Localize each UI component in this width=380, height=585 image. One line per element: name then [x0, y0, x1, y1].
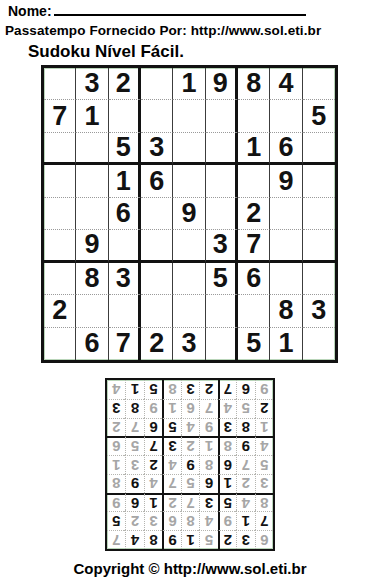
puzzle-cell-r2c2: 1 — [76, 100, 108, 132]
puzzle-cell-r6c5 — [173, 230, 205, 262]
solution-cell-r9c4: 2 — [199, 380, 217, 399]
puzzle-cell-r3c1 — [44, 133, 76, 165]
solution-cell-r2c5: 8 — [181, 511, 199, 530]
sudoku-puzzle-grid: 32198471553161696929378356283672351 — [41, 65, 338, 363]
solution-cell-r7c3: 3 — [218, 418, 236, 437]
solution-cell-r9c9: 4 — [107, 380, 125, 399]
puzzle-cell-r4c7 — [238, 165, 270, 197]
solution-cell-r7c8: 7 — [125, 418, 143, 437]
puzzle-cell-r2c3 — [109, 100, 141, 132]
name-label: Nome: — [8, 3, 52, 19]
copyright-line: Copyright © http://www.sol.eti.br — [0, 560, 380, 577]
puzzle-cell-r5c7: 2 — [238, 198, 270, 230]
solution-cell-r3c2: 4 — [236, 493, 254, 512]
puzzle-cell-r8c4 — [141, 295, 173, 327]
solution-cell-r4c3: 1 — [218, 474, 236, 493]
solution-cell-r6c1: 4 — [255, 436, 273, 455]
solution-cell-r5c9: 1 — [107, 455, 125, 474]
solution-cell-r8c9: 3 — [107, 399, 125, 418]
puzzle-cell-r4c1 — [44, 165, 76, 197]
solution-cell-r1c6: 9 — [162, 530, 180, 549]
puzzle-cell-r1c8: 4 — [270, 68, 302, 100]
puzzle-cell-r8c3 — [109, 295, 141, 327]
solution-cell-r5c3: 6 — [218, 455, 236, 474]
puzzle-cell-r6c3 — [109, 230, 141, 262]
solution-cell-r2c3: 9 — [218, 511, 236, 530]
solution-cell-r7c5: 4 — [181, 418, 199, 437]
solution-cell-r6c8: 5 — [125, 436, 143, 455]
solution-cell-r3c4: 3 — [199, 493, 217, 512]
puzzle-cell-r9c2: 6 — [76, 328, 108, 360]
puzzle-cell-r9c4: 2 — [141, 328, 173, 360]
sudoku-solution-grid-rotated: 6325198477194863258453721693216574985768… — [105, 378, 275, 551]
solution-cell-r4c1: 3 — [255, 474, 273, 493]
puzzle-cell-r4c3: 1 — [109, 165, 141, 197]
puzzle-cell-r2c8 — [270, 100, 302, 132]
solution-cell-r8c6: 1 — [162, 399, 180, 418]
puzzle-cell-r4c6 — [206, 165, 238, 197]
puzzle-cell-r2c7 — [238, 100, 270, 132]
puzzle-cell-r2c5 — [173, 100, 205, 132]
solution-cell-r1c4: 5 — [199, 530, 217, 549]
solution-cell-r4c4: 6 — [199, 474, 217, 493]
solution-cell-r5c8: 3 — [125, 455, 143, 474]
solution-cell-r8c4: 7 — [199, 399, 217, 418]
page-title: Sudoku Nível Fácil. — [28, 42, 184, 62]
puzzle-cell-r9c5: 3 — [173, 328, 205, 360]
puzzle-cell-r6c8 — [270, 230, 302, 262]
puzzle-cell-r6c4 — [141, 230, 173, 262]
puzzle-cell-r5c4 — [141, 198, 173, 230]
solution-cell-r1c9: 7 — [107, 530, 125, 549]
solution-cell-r1c8: 4 — [125, 530, 143, 549]
puzzle-cell-r7c9 — [303, 263, 335, 295]
solution-cell-r8c8: 8 — [125, 399, 143, 418]
solution-cell-r4c9: 8 — [107, 474, 125, 493]
puzzle-cell-r1c9 — [303, 68, 335, 100]
puzzle-cell-r3c2 — [76, 133, 108, 165]
puzzle-cell-r7c6: 5 — [206, 263, 238, 295]
puzzle-cell-r1c1 — [44, 68, 76, 100]
solution-cell-r2c4: 4 — [199, 511, 217, 530]
solution-cell-r1c7: 8 — [144, 530, 162, 549]
puzzle-cell-r1c6: 9 — [206, 68, 238, 100]
name-row: Nome: — [8, 3, 306, 19]
puzzle-cell-r1c3: 2 — [109, 68, 141, 100]
solution-cell-r7c6: 5 — [162, 418, 180, 437]
puzzle-cell-r5c6 — [206, 198, 238, 230]
solution-cell-r5c4: 8 — [199, 455, 217, 474]
solution-cell-r9c8: 1 — [125, 380, 143, 399]
puzzle-cell-r8c7 — [238, 295, 270, 327]
puzzle-cell-r9c7: 5 — [238, 328, 270, 360]
puzzle-cell-r3c3: 5 — [109, 133, 141, 165]
solution-cell-r6c7: 7 — [144, 436, 162, 455]
puzzle-cell-r7c7: 6 — [238, 263, 270, 295]
provider-line: Passatempo Fornecido Por: http://www.sol… — [5, 23, 321, 38]
puzzle-cell-r7c5 — [173, 263, 205, 295]
solution-cell-r5c1: 5 — [255, 455, 273, 474]
solution-cell-r1c5: 1 — [181, 530, 199, 549]
solution-cell-r7c4: 9 — [199, 418, 217, 437]
solution-cell-r5c7: 2 — [144, 455, 162, 474]
puzzle-cell-r7c3: 3 — [109, 263, 141, 295]
solution-cell-r2c7: 3 — [144, 511, 162, 530]
solution-cell-r7c7: 6 — [144, 418, 162, 437]
solution-cell-r2c6: 6 — [162, 511, 180, 530]
puzzle-cell-r6c2: 9 — [76, 230, 108, 262]
puzzle-cell-r5c1 — [44, 198, 76, 230]
puzzle-cell-r7c4 — [141, 263, 173, 295]
puzzle-cell-r2c9: 5 — [303, 100, 335, 132]
puzzle-cell-r3c5 — [173, 133, 205, 165]
puzzle-cell-r6c1 — [44, 230, 76, 262]
puzzle-cell-r1c4 — [141, 68, 173, 100]
puzzle-cell-r3c8: 6 — [270, 133, 302, 165]
solution-cell-r7c9: 2 — [107, 418, 125, 437]
solution-cell-r3c5: 7 — [181, 493, 199, 512]
solution-cell-r4c5: 5 — [181, 474, 199, 493]
solution-cell-r7c2: 8 — [236, 418, 254, 437]
puzzle-cell-r4c5 — [173, 165, 205, 197]
puzzle-cell-r3c9 — [303, 133, 335, 165]
puzzle-cell-r4c8: 9 — [270, 165, 302, 197]
puzzle-cell-r1c2: 3 — [76, 68, 108, 100]
solution-cell-r2c8: 2 — [125, 511, 143, 530]
puzzle-cell-r3c7: 1 — [238, 133, 270, 165]
puzzle-cell-r7c8 — [270, 263, 302, 295]
solution-cell-r1c2: 3 — [236, 530, 254, 549]
solution-cell-r2c1: 7 — [255, 511, 273, 530]
solution-cell-r8c1: 2 — [255, 399, 273, 418]
solution-cell-r8c2: 5 — [236, 399, 254, 418]
solution-cell-r1c3: 2 — [218, 530, 236, 549]
solution-cell-r2c9: 5 — [107, 511, 125, 530]
puzzle-cell-r9c9 — [303, 328, 335, 360]
puzzle-cell-r7c2: 8 — [76, 263, 108, 295]
puzzle-cell-r8c1: 2 — [44, 295, 76, 327]
solution-cell-r1c1: 6 — [255, 530, 273, 549]
solution-cell-r3c3: 5 — [218, 493, 236, 512]
puzzle-cell-r9c8: 1 — [270, 328, 302, 360]
puzzle-cell-r3c4: 3 — [141, 133, 173, 165]
solution-cell-r6c3: 8 — [218, 436, 236, 455]
puzzle-cell-r2c4 — [141, 100, 173, 132]
puzzle-cell-r9c3: 7 — [109, 328, 141, 360]
solution-cell-r6c6: 3 — [162, 436, 180, 455]
solution-cell-r3c7: 1 — [144, 493, 162, 512]
solution-cell-r4c7: 4 — [144, 474, 162, 493]
solution-cell-r5c5: 9 — [181, 455, 199, 474]
puzzle-cell-r5c3: 6 — [109, 198, 141, 230]
puzzle-cell-r5c5: 9 — [173, 198, 205, 230]
puzzle-cell-r8c9: 3 — [303, 295, 335, 327]
puzzle-cell-r5c9 — [303, 198, 335, 230]
solution-cell-r9c1: 9 — [255, 380, 273, 399]
name-underline — [54, 3, 306, 16]
sudoku-printable-page: Nome: Passatempo Fornecido Por: http://w… — [0, 0, 380, 585]
solution-cell-r4c2: 2 — [236, 474, 254, 493]
puzzle-cell-r9c6 — [206, 328, 238, 360]
puzzle-cell-r4c2 — [76, 165, 108, 197]
puzzle-cell-r5c8 — [270, 198, 302, 230]
puzzle-cell-r8c6 — [206, 295, 238, 327]
solution-cell-r7c1: 1 — [255, 418, 273, 437]
solution-cell-r5c2: 7 — [236, 455, 254, 474]
solution-cell-r8c5: 6 — [181, 399, 199, 418]
puzzle-cell-r4c9 — [303, 165, 335, 197]
solution-cell-r2c2: 1 — [236, 511, 254, 530]
solution-cell-r4c8: 9 — [125, 474, 143, 493]
solution-cell-r8c3: 4 — [218, 399, 236, 418]
solution-cell-r6c2: 9 — [236, 436, 254, 455]
solution-cell-r6c4: 1 — [199, 436, 217, 455]
solution-cell-r3c9: 9 — [107, 493, 125, 512]
puzzle-cell-r2c1: 7 — [44, 100, 76, 132]
puzzle-cell-r1c5: 1 — [173, 68, 205, 100]
puzzle-cell-r3c6 — [206, 133, 238, 165]
solution-cell-r3c6: 2 — [162, 493, 180, 512]
solution-cell-r8c7: 9 — [144, 399, 162, 418]
solution-cell-r6c9: 6 — [107, 436, 125, 455]
puzzle-cell-r5c2 — [76, 198, 108, 230]
puzzle-cell-r2c6 — [206, 100, 238, 132]
puzzle-cell-r8c2 — [76, 295, 108, 327]
puzzle-cell-r4c4: 6 — [141, 165, 173, 197]
solution-cell-r9c7: 5 — [144, 380, 162, 399]
puzzle-cell-r9c1 — [44, 328, 76, 360]
solution-cell-r3c1: 8 — [255, 493, 273, 512]
puzzle-cell-r7c1 — [44, 263, 76, 295]
solution-cell-r6c5: 2 — [181, 436, 199, 455]
solution-cell-r4c6: 7 — [162, 474, 180, 493]
puzzle-cell-r1c7: 8 — [238, 68, 270, 100]
solution-cell-r9c5: 3 — [181, 380, 199, 399]
puzzle-cell-r6c7: 7 — [238, 230, 270, 262]
solution-cell-r3c8: 6 — [125, 493, 143, 512]
puzzle-cell-r8c8: 8 — [270, 295, 302, 327]
solution-cell-r9c2: 6 — [236, 380, 254, 399]
solution-cell-r9c6: 8 — [162, 380, 180, 399]
solution-cell-r9c3: 7 — [218, 380, 236, 399]
solution-cell-r5c6: 4 — [162, 455, 180, 474]
puzzle-cell-r6c6: 3 — [206, 230, 238, 262]
puzzle-cell-r8c5 — [173, 295, 205, 327]
puzzle-cell-r6c9 — [303, 230, 335, 262]
